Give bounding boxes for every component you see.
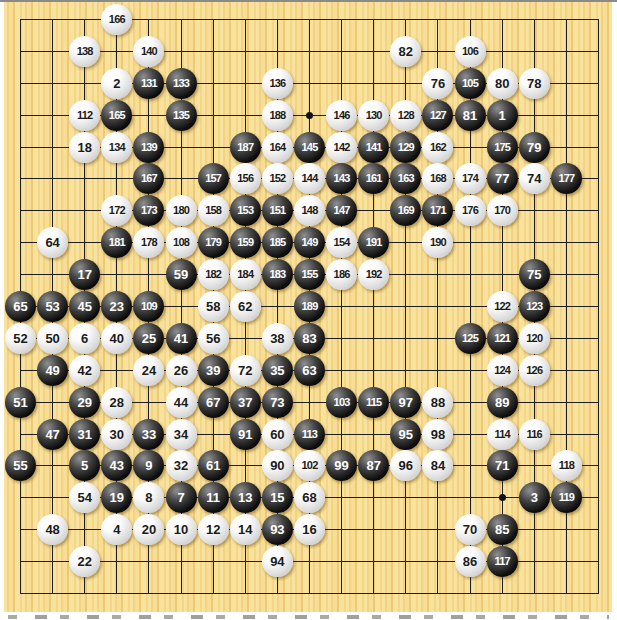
stone-30-white: 30 — [101, 419, 132, 450]
stone-93-black: 93 — [262, 514, 293, 545]
move-number: 113 — [302, 429, 317, 440]
move-number: 95 — [399, 428, 413, 441]
stone-183-black: 183 — [262, 259, 293, 290]
stone-33-black: 33 — [133, 419, 164, 450]
stone-128-white: 128 — [390, 100, 421, 131]
stone-184-white: 184 — [230, 259, 261, 290]
stone-177-black: 177 — [551, 163, 582, 194]
stone-127-black: 127 — [422, 100, 453, 131]
stone-116-white: 116 — [519, 419, 550, 450]
move-number: 76 — [431, 77, 445, 90]
stone-169-black: 169 — [390, 195, 421, 226]
move-number: 99 — [334, 459, 348, 472]
move-number: 123 — [526, 301, 542, 312]
stone-175-black: 175 — [487, 132, 518, 163]
move-number: 88 — [431, 396, 445, 409]
move-number: 54 — [77, 491, 91, 504]
stone-26-white: 26 — [166, 355, 197, 386]
stone-120-white: 120 — [519, 323, 550, 354]
stone-133-black: 133 — [166, 68, 197, 99]
stone-81-black: 81 — [455, 100, 486, 131]
move-number: 89 — [495, 396, 509, 409]
stone-167-black: 167 — [133, 163, 164, 194]
move-number: 82 — [399, 45, 413, 58]
move-number: 125 — [462, 333, 478, 344]
stone-143-black: 143 — [326, 163, 357, 194]
move-number: 15 — [270, 491, 284, 504]
stone-176-white: 176 — [455, 195, 486, 226]
move-number: 18 — [77, 141, 91, 154]
stone-157-black: 157 — [198, 163, 229, 194]
stone-86-white: 86 — [455, 546, 486, 577]
move-number: 191 — [366, 237, 382, 248]
move-number: 97 — [399, 396, 413, 409]
stone-84-white: 84 — [422, 450, 453, 481]
stone-138-white: 138 — [69, 36, 100, 67]
stone-40-white: 40 — [101, 323, 132, 354]
move-number: 19 — [110, 491, 124, 504]
move-number: 109 — [141, 301, 157, 312]
move-number: 70 — [463, 523, 477, 536]
move-number: 39 — [206, 364, 220, 377]
move-number: 6 — [81, 332, 88, 345]
stone-70-white: 70 — [455, 514, 486, 545]
stone-34-white: 34 — [166, 419, 197, 450]
move-number: 81 — [463, 109, 477, 122]
move-number: 115 — [366, 397, 381, 408]
stone-83-black: 83 — [294, 323, 325, 354]
move-number: 67 — [206, 396, 220, 409]
clipped-caption-row — [8, 615, 609, 619]
move-number: 103 — [334, 397, 350, 408]
stone-178-white: 178 — [133, 227, 164, 258]
stone-4-white: 4 — [101, 514, 132, 545]
stone-75-black: 75 — [519, 259, 550, 290]
stone-188-white: 188 — [262, 100, 293, 131]
move-number: 98 — [431, 428, 445, 441]
stone-47-black: 47 — [37, 419, 68, 450]
move-number: 11 — [206, 491, 220, 504]
stone-91-black: 91 — [230, 419, 261, 450]
move-number: 116 — [527, 429, 542, 440]
stone-162-white: 162 — [422, 132, 453, 163]
stone-131-black: 131 — [133, 68, 164, 99]
move-number: 138 — [77, 46, 93, 57]
move-number: 143 — [334, 173, 350, 184]
stone-185-black: 185 — [262, 227, 293, 258]
stone-82-white: 82 — [390, 36, 421, 67]
move-number: 60 — [270, 428, 284, 441]
move-number: 159 — [237, 237, 253, 248]
move-number: 17 — [77, 268, 91, 281]
stone-154-white: 154 — [326, 227, 357, 258]
move-number: 58 — [206, 300, 220, 313]
stone-5-black: 5 — [69, 450, 100, 481]
stone-41-black: 41 — [166, 323, 197, 354]
move-number: 49 — [45, 364, 59, 377]
stone-115-black: 115 — [358, 387, 389, 418]
stone-32-white: 32 — [166, 450, 197, 481]
stone-179-black: 179 — [198, 227, 229, 258]
move-number: 140 — [141, 46, 157, 57]
stone-187-black: 187 — [230, 132, 261, 163]
move-number: 190 — [430, 237, 446, 248]
move-number: 87 — [366, 459, 380, 472]
stone-124-white: 124 — [487, 355, 518, 386]
move-number: 178 — [141, 237, 157, 248]
stone-48-white: 48 — [37, 514, 68, 545]
move-number: 180 — [173, 205, 189, 216]
stone-49-black: 49 — [37, 355, 68, 386]
stone-72-white: 72 — [230, 355, 261, 386]
move-number: 83 — [302, 332, 316, 345]
stone-8-white: 8 — [133, 482, 164, 513]
stone-88-white: 88 — [422, 387, 453, 418]
stone-145-black: 145 — [294, 132, 325, 163]
move-number: 29 — [77, 396, 91, 409]
stone-16-white: 16 — [294, 514, 325, 545]
stone-12-white: 12 — [198, 514, 229, 545]
stone-31-black: 31 — [69, 419, 100, 450]
move-number: 135 — [173, 110, 189, 121]
stone-135-black: 135 — [166, 100, 197, 131]
move-number: 74 — [527, 172, 541, 185]
stone-181-black: 181 — [101, 227, 132, 258]
move-number: 117 — [494, 556, 509, 567]
grid-hline — [20, 51, 599, 52]
move-number: 38 — [270, 332, 284, 345]
move-number: 41 — [174, 332, 188, 345]
stone-140-white: 140 — [133, 36, 164, 67]
stone-136-white: 136 — [262, 68, 293, 99]
move-number: 188 — [269, 110, 285, 121]
stone-61-black: 61 — [198, 450, 229, 481]
stone-113-black: 113 — [294, 419, 325, 450]
stone-76-white: 76 — [422, 68, 453, 99]
stone-114-white: 114 — [487, 419, 518, 450]
move-number: 30 — [110, 428, 124, 441]
move-number: 2 — [113, 77, 120, 90]
stone-153-black: 153 — [230, 195, 261, 226]
stone-17-black: 17 — [69, 259, 100, 290]
stone-190-white: 190 — [422, 227, 453, 258]
move-number: 105 — [462, 78, 478, 89]
star-point — [499, 494, 506, 501]
move-number: 77 — [495, 172, 509, 185]
stone-182-white: 182 — [198, 259, 229, 290]
move-number: 168 — [430, 173, 446, 184]
move-number: 171 — [430, 205, 446, 216]
move-number: 20 — [142, 523, 156, 536]
stone-65-black: 65 — [5, 291, 36, 322]
stone-13-black: 13 — [230, 482, 261, 513]
move-number: 94 — [270, 555, 284, 568]
stone-73-black: 73 — [262, 387, 293, 418]
move-number: 75 — [527, 268, 541, 281]
move-number: 85 — [495, 523, 509, 536]
stone-45-black: 45 — [69, 291, 100, 322]
move-number: 40 — [110, 332, 124, 345]
move-number: 108 — [173, 237, 189, 248]
move-number: 22 — [77, 555, 91, 568]
stone-53-black: 53 — [37, 291, 68, 322]
stone-134-white: 134 — [101, 132, 132, 163]
move-number: 122 — [494, 301, 510, 312]
move-number: 173 — [141, 205, 157, 216]
stone-1-black: 1 — [487, 100, 518, 131]
stone-147-black: 147 — [326, 195, 357, 226]
move-number: 169 — [398, 205, 414, 216]
move-number: 32 — [174, 459, 188, 472]
stone-151-black: 151 — [262, 195, 293, 226]
stone-77-black: 77 — [487, 163, 518, 194]
move-number: 130 — [366, 110, 382, 121]
move-number: 177 — [558, 173, 574, 184]
move-number: 119 — [559, 492, 574, 503]
stone-121-black: 121 — [487, 323, 518, 354]
stone-109-black: 109 — [133, 291, 164, 322]
stone-117-black: 117 — [487, 546, 518, 577]
move-number: 23 — [110, 300, 124, 313]
stone-96-white: 96 — [390, 450, 421, 481]
stone-156-white: 156 — [230, 163, 261, 194]
move-number: 7 — [177, 491, 184, 504]
move-number: 16 — [302, 523, 316, 536]
move-number: 80 — [495, 77, 509, 90]
move-number: 151 — [269, 205, 285, 216]
move-number: 170 — [494, 205, 510, 216]
move-number: 8 — [145, 491, 152, 504]
stone-15-black: 15 — [262, 482, 293, 513]
move-number: 84 — [431, 459, 445, 472]
move-number: 91 — [238, 428, 252, 441]
stone-19-black: 19 — [101, 482, 132, 513]
move-number: 47 — [45, 428, 59, 441]
stone-172-white: 172 — [101, 195, 132, 226]
stone-35-black: 35 — [262, 355, 293, 386]
stone-54-white: 54 — [69, 482, 100, 513]
move-number: 139 — [141, 142, 157, 153]
move-number: 26 — [174, 364, 188, 377]
move-number: 155 — [302, 269, 318, 280]
move-number: 102 — [302, 460, 318, 471]
move-number: 37 — [238, 396, 252, 409]
move-number: 129 — [398, 142, 414, 153]
stone-186-white: 186 — [326, 259, 357, 290]
move-number: 184 — [237, 269, 253, 280]
stone-64-white: 64 — [37, 227, 68, 258]
move-number: 127 — [430, 110, 446, 121]
stone-58-white: 58 — [198, 291, 229, 322]
stone-24-white: 24 — [133, 355, 164, 386]
move-number: 25 — [142, 332, 156, 345]
move-number: 4 — [113, 523, 120, 536]
stone-55-black: 55 — [5, 450, 36, 481]
stone-10-white: 10 — [166, 514, 197, 545]
stone-3-black: 3 — [519, 482, 550, 513]
stone-149-black: 149 — [294, 227, 325, 258]
move-number: 13 — [238, 491, 252, 504]
move-number: 112 — [77, 110, 92, 121]
stone-74-white: 74 — [519, 163, 550, 194]
move-number: 183 — [269, 269, 285, 280]
move-number: 172 — [109, 205, 125, 216]
stone-22-white: 22 — [69, 546, 100, 577]
move-number: 3 — [531, 491, 538, 504]
stone-166-white: 166 — [101, 4, 132, 35]
stone-112-white: 112 — [69, 100, 100, 131]
move-number: 192 — [366, 269, 382, 280]
move-number: 181 — [109, 237, 125, 248]
move-number: 179 — [205, 237, 221, 248]
move-number: 162 — [430, 142, 446, 153]
stone-6-white: 6 — [69, 323, 100, 354]
stone-56-white: 56 — [198, 323, 229, 354]
stone-108-white: 108 — [166, 227, 197, 258]
go-diagram-page: 1661381408210621311331367610580781121651… — [0, 0, 617, 620]
stone-78-white: 78 — [519, 68, 550, 99]
stone-80-white: 80 — [487, 68, 518, 99]
move-number: 153 — [237, 205, 253, 216]
move-number: 187 — [237, 142, 253, 153]
move-number: 166 — [109, 14, 125, 25]
move-number: 61 — [206, 459, 220, 472]
stone-173-black: 173 — [133, 195, 164, 226]
stone-28-white: 28 — [101, 387, 132, 418]
stone-63-black: 63 — [294, 355, 325, 386]
move-number: 53 — [45, 300, 59, 313]
stone-125-black: 125 — [455, 323, 486, 354]
move-number: 63 — [302, 364, 316, 377]
move-number: 142 — [334, 142, 350, 153]
move-number: 164 — [269, 142, 285, 153]
stone-171-black: 171 — [422, 195, 453, 226]
move-number: 56 — [206, 332, 220, 345]
move-number: 59 — [174, 268, 188, 281]
stone-51-black: 51 — [5, 387, 36, 418]
move-number: 189 — [302, 301, 318, 312]
stone-23-black: 23 — [101, 291, 132, 322]
move-number: 43 — [110, 459, 124, 472]
move-number: 5 — [81, 459, 88, 472]
move-number: 51 — [13, 396, 27, 409]
move-number: 121 — [494, 333, 510, 344]
move-number: 62 — [238, 300, 252, 313]
stone-105-black: 105 — [455, 68, 486, 99]
move-number: 12 — [206, 523, 220, 536]
stone-60-white: 60 — [262, 419, 293, 450]
move-number: 44 — [174, 396, 188, 409]
go-board[interactable]: 1661381408210621311331367610580781121651… — [4, 2, 612, 612]
stone-174-white: 174 — [455, 163, 486, 194]
stone-106-white: 106 — [455, 36, 486, 67]
stone-144-white: 144 — [294, 163, 325, 194]
move-number: 120 — [526, 333, 542, 344]
move-number: 65 — [13, 300, 27, 313]
move-number: 167 — [141, 173, 157, 184]
stone-123-black: 123 — [519, 291, 550, 322]
move-number: 48 — [45, 523, 59, 536]
stone-42-white: 42 — [69, 355, 100, 386]
move-number: 45 — [77, 300, 91, 313]
move-number: 1 — [499, 109, 506, 122]
stone-139-black: 139 — [133, 132, 164, 163]
move-number: 33 — [142, 428, 156, 441]
move-number: 34 — [174, 428, 188, 441]
stone-161-black: 161 — [358, 163, 389, 194]
stone-25-black: 25 — [133, 323, 164, 354]
stone-180-white: 180 — [166, 195, 197, 226]
stone-159-black: 159 — [230, 227, 261, 258]
stone-38-white: 38 — [262, 323, 293, 354]
move-number: 145 — [302, 142, 318, 153]
stone-103-black: 103 — [326, 387, 357, 418]
move-number: 42 — [77, 364, 91, 377]
move-number: 96 — [399, 459, 413, 472]
stone-189-black: 189 — [294, 291, 325, 322]
stone-71-black: 71 — [487, 450, 518, 481]
stone-52-white: 52 — [5, 323, 36, 354]
stone-39-black: 39 — [198, 355, 229, 386]
stone-126-white: 126 — [519, 355, 550, 386]
move-number: 147 — [334, 205, 350, 216]
grid-hline — [20, 593, 599, 594]
stone-62-white: 62 — [230, 291, 261, 322]
stone-155-black: 155 — [294, 259, 325, 290]
move-number: 71 — [495, 459, 509, 472]
move-number: 146 — [334, 110, 350, 121]
move-number: 131 — [141, 78, 157, 89]
move-number: 90 — [270, 459, 284, 472]
move-number: 133 — [173, 78, 189, 89]
move-number: 149 — [302, 237, 318, 248]
stone-99-black: 99 — [326, 450, 357, 481]
move-number: 10 — [174, 523, 188, 536]
move-number: 78 — [527, 77, 541, 90]
move-number: 128 — [398, 110, 414, 121]
stone-43-black: 43 — [101, 450, 132, 481]
move-number: 141 — [366, 142, 382, 153]
move-number: 154 — [334, 237, 350, 248]
stone-9-black: 9 — [133, 450, 164, 481]
move-number: 124 — [494, 365, 510, 376]
move-number: 158 — [205, 205, 221, 216]
star-point — [306, 112, 313, 119]
move-number: 148 — [302, 205, 318, 216]
stone-2-white: 2 — [101, 68, 132, 99]
move-number: 24 — [142, 364, 156, 377]
stone-18-white: 18 — [69, 132, 100, 163]
stone-102-white: 102 — [294, 450, 325, 481]
move-number: 9 — [145, 459, 152, 472]
stone-148-white: 148 — [294, 195, 325, 226]
stone-67-black: 67 — [198, 387, 229, 418]
stone-44-white: 44 — [166, 387, 197, 418]
stone-163-black: 163 — [390, 163, 421, 194]
move-number: 157 — [205, 173, 221, 184]
stone-97-black: 97 — [390, 387, 421, 418]
stone-7-black: 7 — [166, 482, 197, 513]
stone-130-white: 130 — [358, 100, 389, 131]
move-number: 52 — [13, 332, 27, 345]
stone-59-black: 59 — [166, 259, 197, 290]
move-number: 144 — [302, 173, 318, 184]
move-number: 73 — [270, 396, 284, 409]
stone-118-white: 118 — [551, 450, 582, 481]
move-number: 182 — [205, 269, 221, 280]
stone-11-black: 11 — [198, 482, 229, 513]
stone-98-white: 98 — [422, 419, 453, 450]
